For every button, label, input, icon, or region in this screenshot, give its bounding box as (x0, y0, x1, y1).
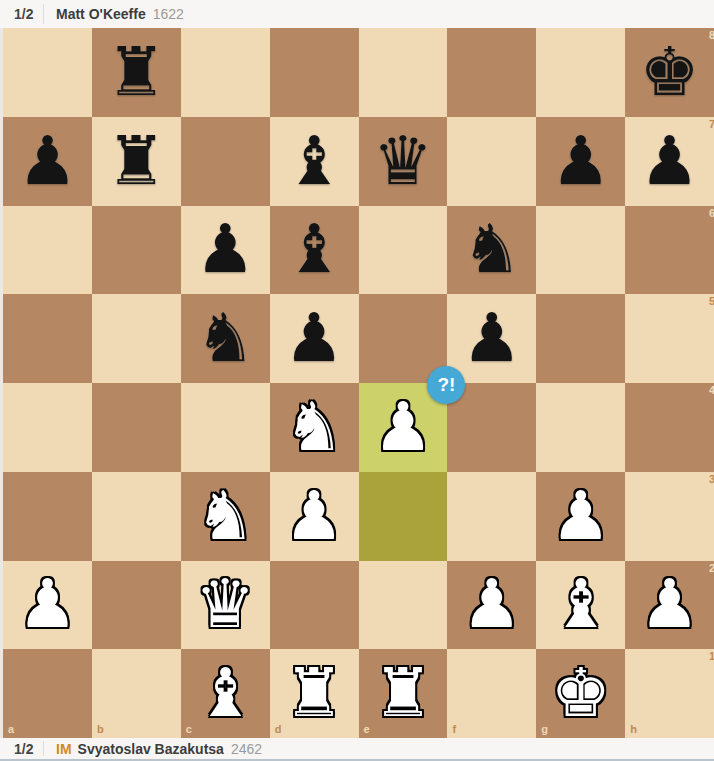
square-h2[interactable]: ♟2 (625, 561, 714, 650)
square-c7[interactable] (181, 117, 270, 206)
square-h8[interactable]: ♚8 (625, 28, 714, 117)
black-bishop[interactable]: ♝ (270, 117, 359, 206)
square-g4[interactable] (536, 383, 625, 472)
square-a4[interactable] (3, 383, 92, 472)
square-a5[interactable] (3, 294, 92, 383)
square-a1[interactable]: a (3, 649, 92, 738)
square-c2[interactable]: ♛ (181, 561, 270, 650)
white-pawn[interactable]: ♟ (625, 561, 714, 650)
file-label-a: a (8, 723, 14, 735)
square-d5[interactable]: ♟ (270, 294, 359, 383)
square-e7[interactable]: ♛ (359, 117, 448, 206)
square-c1[interactable]: ♝c (181, 649, 270, 738)
chess-board: ♜♚8♟♜♝♛♟♟7♟♝♞6♞♟♟5♞♟?!4♞♟♟3♟♛♟♝♟2ab♝c♜d♜… (0, 28, 714, 738)
white-knight[interactable]: ♞ (181, 472, 270, 561)
rank-label-1: 1 (709, 650, 714, 662)
white-pawn[interactable]: ♟ (270, 472, 359, 561)
black-knight[interactable]: ♞ (181, 294, 270, 383)
square-a6[interactable] (3, 206, 92, 295)
bottom-player-bar: 1/2 IM Svyatoslav Bazakutsa 2462 (0, 738, 714, 761)
square-c6[interactable]: ♟ (181, 206, 270, 295)
top-result: 1/2 (14, 6, 41, 22)
square-b1[interactable]: b (92, 649, 181, 738)
black-pawn[interactable]: ♟ (536, 117, 625, 206)
square-b5[interactable] (92, 294, 181, 383)
white-bishop[interactable]: ♝ (181, 649, 270, 738)
square-f2[interactable]: ♟ (447, 561, 536, 650)
square-a3[interactable] (3, 472, 92, 561)
black-pawn[interactable]: ♟ (447, 294, 536, 383)
black-pawn[interactable]: ♟ (3, 117, 92, 206)
square-g5[interactable] (536, 294, 625, 383)
square-g7[interactable]: ♟ (536, 117, 625, 206)
white-rook[interactable]: ♜ (359, 649, 448, 738)
white-bishop[interactable]: ♝ (536, 561, 625, 650)
white-rook[interactable]: ♜ (270, 649, 359, 738)
square-h1[interactable]: h1 (625, 649, 714, 738)
square-e1[interactable]: ♜e (359, 649, 448, 738)
black-rook[interactable]: ♜ (92, 117, 181, 206)
bottom-player-title: IM (56, 741, 72, 757)
bottom-result: 1/2 (14, 741, 41, 757)
square-b6[interactable] (92, 206, 181, 295)
square-e4[interactable]: ♟?! (359, 383, 448, 472)
square-g6[interactable] (536, 206, 625, 295)
square-g3[interactable]: ♟ (536, 472, 625, 561)
square-a7[interactable]: ♟ (3, 117, 92, 206)
square-b4[interactable] (92, 383, 181, 472)
square-d8[interactable] (270, 28, 359, 117)
square-c5[interactable]: ♞ (181, 294, 270, 383)
rank-label-3: 3 (709, 473, 714, 485)
square-b7[interactable]: ♜ (92, 117, 181, 206)
rank-label-5: 5 (709, 295, 714, 307)
square-a8[interactable] (3, 28, 92, 117)
bar-divider (43, 741, 44, 756)
square-g1[interactable]: ♚g (536, 649, 625, 738)
black-pawn[interactable]: ♟ (625, 117, 714, 206)
top-player-rating: 1622 (153, 6, 184, 22)
bottom-player-rating: 2462 (231, 741, 262, 757)
white-king[interactable]: ♚ (536, 649, 625, 738)
square-d4[interactable]: ♞ (270, 383, 359, 472)
square-f8[interactable] (447, 28, 536, 117)
white-pawn[interactable]: ♟ (3, 561, 92, 650)
board-grid: ♜♚8♟♜♝♛♟♟7♟♝♞6♞♟♟5♞♟?!4♞♟♟3♟♛♟♝♟2ab♝c♜d♜… (3, 28, 714, 738)
square-c8[interactable] (181, 28, 270, 117)
square-f1[interactable]: f (447, 649, 536, 738)
square-d1[interactable]: ♜d (270, 649, 359, 738)
square-a2[interactable]: ♟ (3, 561, 92, 650)
white-pawn[interactable]: ♟ (536, 472, 625, 561)
square-e2[interactable] (359, 561, 448, 650)
file-label-b: b (97, 723, 104, 735)
black-pawn[interactable]: ♟ (181, 206, 270, 295)
square-d7[interactable]: ♝ (270, 117, 359, 206)
white-queen[interactable]: ♛ (181, 561, 270, 650)
rank-label-4: 4 (709, 384, 714, 396)
square-f6[interactable]: ♞ (447, 206, 536, 295)
square-h6[interactable]: 6 (625, 206, 714, 295)
square-h5[interactable]: 5 (625, 294, 714, 383)
square-h4[interactable]: 4 (625, 383, 714, 472)
black-pawn[interactable]: ♟ (270, 294, 359, 383)
square-e3[interactable] (359, 472, 448, 561)
bottom-player-name[interactable]: Svyatoslav Bazakutsa (78, 741, 224, 757)
black-knight[interactable]: ♞ (447, 206, 536, 295)
square-g8[interactable] (536, 28, 625, 117)
square-f7[interactable] (447, 117, 536, 206)
top-player-bar: 1/2 Matt O'Keeffe 1622 (0, 0, 714, 28)
square-b2[interactable] (92, 561, 181, 650)
square-f3[interactable] (447, 472, 536, 561)
square-e8[interactable] (359, 28, 448, 117)
black-king[interactable]: ♚ (625, 28, 714, 117)
white-knight[interactable]: ♞ (270, 383, 359, 472)
square-c3[interactable]: ♞ (181, 472, 270, 561)
square-h3[interactable]: 3 (625, 472, 714, 561)
square-f5[interactable]: ♟ (447, 294, 536, 383)
square-b3[interactable] (92, 472, 181, 561)
white-pawn[interactable]: ♟ (447, 561, 536, 650)
square-g2[interactable]: ♝ (536, 561, 625, 650)
file-label-f: f (452, 723, 456, 735)
black-queen[interactable]: ♛ (359, 117, 448, 206)
square-d3[interactable]: ♟ (270, 472, 359, 561)
square-c4[interactable] (181, 383, 270, 472)
top-player-name[interactable]: Matt O'Keeffe (56, 6, 146, 22)
file-label-h: h (630, 723, 637, 735)
square-h7[interactable]: ♟7 (625, 117, 714, 206)
black-rook[interactable]: ♜ (92, 28, 181, 117)
rank-label-6: 6 (709, 207, 714, 219)
black-bishop[interactable]: ♝ (270, 206, 359, 295)
square-d2[interactable] (270, 561, 359, 650)
bar-divider (43, 4, 44, 24)
square-e6[interactable] (359, 206, 448, 295)
square-b8[interactable]: ♜ (92, 28, 181, 117)
square-d6[interactable]: ♝ (270, 206, 359, 295)
